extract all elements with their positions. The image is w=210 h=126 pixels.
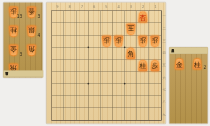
sente-promoted-lance-2一[interactable]: 杏 [138, 12, 148, 23]
piece-at-2三[interactable]: 歩 [137, 35, 149, 47]
sente-hand-count-knight: 2 [204, 65, 207, 70]
shogi-board: 987654321 一二三四五六七八九 杏玉歩歩歩歩角桂歩 [46, 2, 166, 124]
sente-hand-stand: 金桂2 [169, 47, 208, 124]
gote-hand-silver[interactable]: 銀4 [22, 22, 40, 41]
piece-at-4三[interactable]: 歩 [113, 35, 125, 47]
gote-hand-pieces: 歩13香3桂銀4金3角飛2 [4, 3, 40, 79]
sente-hand-piece-gold[interactable]: 金 [174, 58, 184, 69]
piece-at-2一[interactable]: 杏 [137, 11, 149, 23]
rank-label-1: 一 [162, 10, 166, 22]
piece-at-1三[interactable]: 歩 [149, 35, 161, 47]
sente-pawn-1五[interactable]: 歩 [150, 60, 160, 71]
gote-name-bar [3, 70, 42, 77]
sente-hand-gold[interactable]: 金 [170, 54, 188, 73]
rank-label-9: 九 [162, 108, 166, 120]
gote-hand-count-silver: 4 [38, 33, 41, 38]
gote-hand-piece-lance[interactable]: 香 [26, 7, 36, 18]
gote-hand-knight[interactable]: 桂 [4, 22, 22, 41]
file-label-7: 7 [76, 4, 88, 9]
gote-pawn-1三[interactable]: 歩 [150, 36, 160, 47]
gote-hand-pawn[interactable]: 歩13 [4, 3, 22, 22]
piece-at-2五[interactable]: 桂 [137, 60, 149, 72]
gote-hand-bishop[interactable]: 角 [22, 41, 40, 60]
gote-pawn-2三[interactable]: 歩 [138, 36, 148, 47]
sente-hand-knight[interactable]: 桂2 [188, 54, 206, 73]
gote-hand-lance[interactable]: 香3 [22, 3, 40, 22]
gote-hand-piece-gold[interactable]: 金 [8, 45, 18, 56]
rank-label-2: 二 [162, 23, 166, 35]
board-pieces-layer: 杏玉歩歩歩歩角桂歩 [52, 11, 161, 120]
sente-name-bar [169, 47, 207, 54]
gote-pawn-5三[interactable]: 歩 [102, 36, 112, 47]
sente-marker-icon [171, 49, 175, 53]
piece-at-3四[interactable]: 角 [125, 47, 137, 59]
file-label-2: 2 [137, 4, 149, 9]
sente-hand-pieces: 金桂2 [170, 54, 206, 73]
sente-hand-piece-knight[interactable]: 桂 [192, 58, 202, 69]
rank-label-4: 四 [162, 47, 166, 59]
gote-hand-piece-knight[interactable]: 桂 [8, 26, 18, 37]
shogi-diagram: 歩13香3桂銀4金3角飛2 987654321 一二三四五六七八九 杏玉歩歩歩歩… [0, 0, 210, 126]
piece-at-5三[interactable]: 歩 [101, 35, 113, 47]
gote-hand-stand: 歩13香3桂銀4金3角飛2 [3, 2, 43, 78]
sente-knight-2五[interactable]: 桂 [138, 60, 148, 71]
gote-hand-piece-silver[interactable]: 銀 [26, 26, 36, 37]
file-label-5: 5 [100, 4, 112, 9]
gote-king-3二[interactable]: 玉 [126, 24, 136, 35]
file-label-6: 6 [88, 4, 100, 9]
gote-hand-piece-bishop[interactable]: 角 [26, 45, 36, 56]
rank-labels: 一二三四五六七八九 [162, 10, 166, 120]
file-label-8: 8 [64, 4, 76, 9]
piece-at-3二[interactable]: 玉 [125, 23, 137, 35]
file-labels: 987654321 [51, 4, 161, 9]
file-label-1: 1 [149, 4, 161, 9]
file-label-3: 3 [125, 4, 137, 9]
gote-marker-icon [5, 72, 9, 76]
gote-hand-gold[interactable]: 金3 [4, 41, 22, 60]
rank-label-6: 六 [162, 72, 166, 84]
rank-label-3: 三 [162, 35, 166, 47]
rank-label-7: 七 [162, 84, 166, 96]
piece-at-1五[interactable]: 歩 [149, 60, 161, 72]
file-label-9: 9 [51, 4, 63, 9]
sente-bishop-3四[interactable]: 角 [126, 48, 136, 59]
rank-label-8: 八 [162, 96, 166, 108]
file-label-4: 4 [113, 4, 125, 9]
gote-hand-count-lance: 3 [38, 14, 41, 19]
rank-label-5: 五 [162, 59, 166, 71]
gote-pawn-4三[interactable]: 歩 [114, 36, 124, 47]
